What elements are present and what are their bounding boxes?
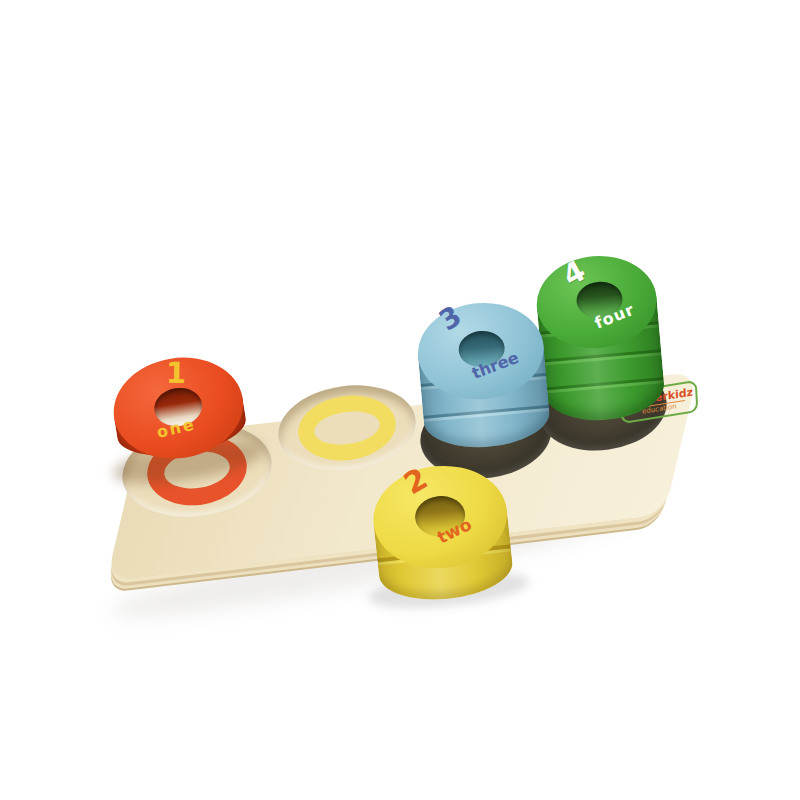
blue-ring-stack-three[interactable]: 3 three (414, 298, 552, 454)
red-ring-single[interactable]: 1 one (106, 348, 251, 475)
slot-2-painted-yellow-ring (294, 389, 400, 466)
product-photo-scene: masterkidz education 4 four 3 three 1 on… (0, 0, 800, 800)
red-number-label: 1 (166, 359, 187, 388)
yellow-ring-stack-two[interactable]: 2 two (368, 459, 515, 608)
green-ring-stack-four[interactable]: 4 four (533, 251, 667, 429)
